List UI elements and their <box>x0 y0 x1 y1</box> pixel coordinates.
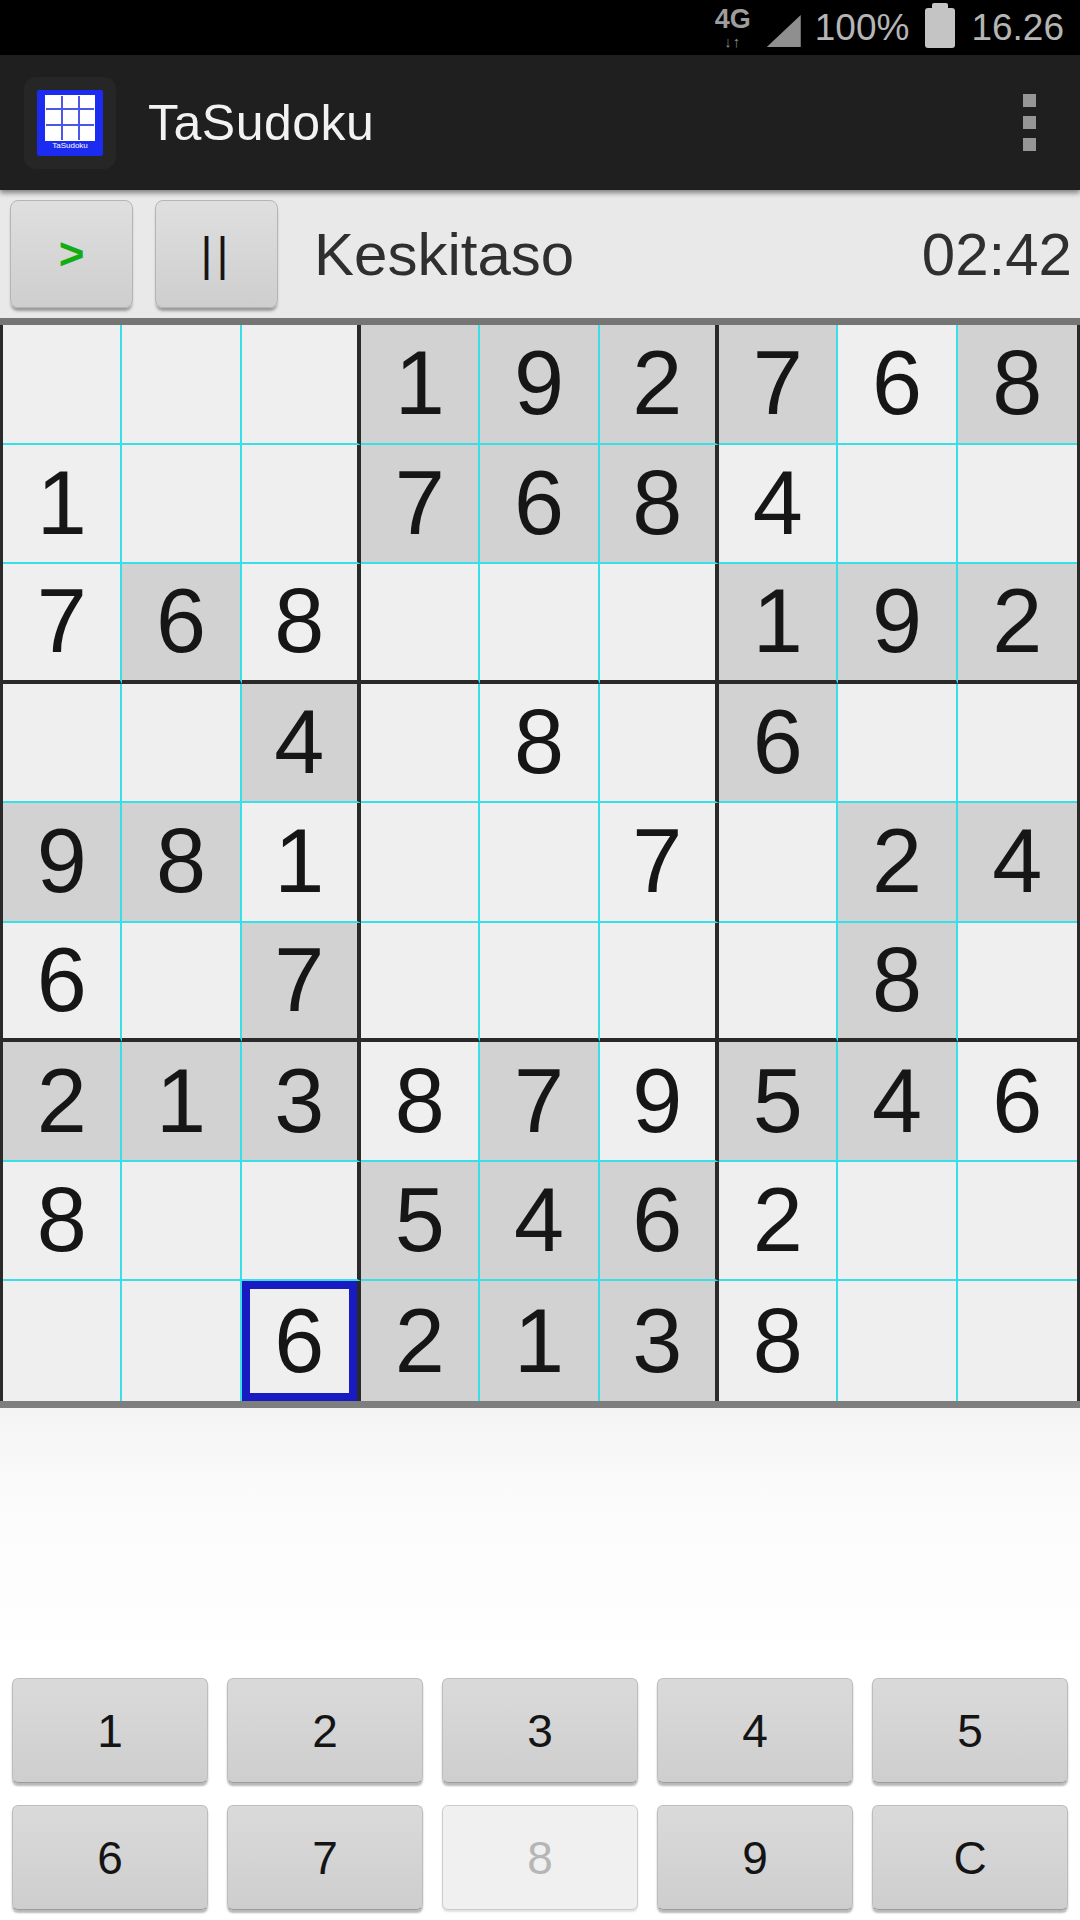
numpad-button-5[interactable]: 5 <box>872 1678 1068 1783</box>
numpad-button-4[interactable]: 4 <box>657 1678 853 1783</box>
app-logo-icon: TaSudoku <box>24 77 116 169</box>
sudoku-cell-r8c6[interactable]: 6 <box>600 1162 719 1282</box>
sudoku-cell-r8c9[interactable] <box>958 1162 1077 1282</box>
status-bar: 4G ↓↑ 100% 16.26 <box>0 0 1080 55</box>
lower-panel: 123456789C <box>0 1408 1080 1920</box>
sudoku-cell-r3c7[interactable]: 1 <box>719 564 838 684</box>
sudoku-cell-r1c1[interactable] <box>3 325 122 445</box>
sudoku-cell-r1c4[interactable]: 1 <box>361 325 480 445</box>
status-clock: 16.26 <box>971 7 1064 49</box>
sudoku-cell-r2c7[interactable]: 4 <box>719 445 838 565</box>
sudoku-cell-r6c2[interactable] <box>122 923 241 1043</box>
sudoku-cell-r5c5[interactable] <box>480 803 599 923</box>
sudoku-cell-r8c1[interactable]: 8 <box>3 1162 122 1282</box>
battery-icon <box>925 8 955 48</box>
sudoku-cell-r5c9[interactable]: 4 <box>958 803 1077 923</box>
sudoku-cell-r4c8[interactable] <box>838 684 957 804</box>
sudoku-cell-r5c2[interactable]: 8 <box>122 803 241 923</box>
sudoku-cell-r9c9[interactable] <box>958 1281 1077 1401</box>
sudoku-cell-r1c7[interactable]: 7 <box>719 325 838 445</box>
sudoku-cell-r1c3[interactable] <box>242 325 361 445</box>
numpad-button-7[interactable]: 7 <box>227 1805 423 1910</box>
numpad-button-1[interactable]: 1 <box>12 1678 208 1783</box>
numpad-button-3[interactable]: 3 <box>442 1678 638 1783</box>
signal-strength-icon <box>767 15 801 47</box>
sudoku-cell-r3c1[interactable]: 7 <box>3 564 122 684</box>
sudoku-cell-r6c6[interactable] <box>600 923 719 1043</box>
sudoku-cell-r6c4[interactable] <box>361 923 480 1043</box>
sudoku-cell-r6c5[interactable] <box>480 923 599 1043</box>
sudoku-cell-r3c9[interactable]: 2 <box>958 564 1077 684</box>
sudoku-cell-r7c6[interactable]: 9 <box>600 1042 719 1162</box>
sudoku-cell-r1c5[interactable]: 9 <box>480 325 599 445</box>
sudoku-cell-r9c6[interactable]: 3 <box>600 1281 719 1401</box>
sudoku-cell-r1c9[interactable]: 8 <box>958 325 1077 445</box>
sudoku-cell-r1c6[interactable]: 2 <box>600 325 719 445</box>
sudoku-cell-r3c6[interactable] <box>600 564 719 684</box>
sudoku-cell-r3c8[interactable]: 9 <box>838 564 957 684</box>
sudoku-cell-r4c4[interactable] <box>361 684 480 804</box>
network-activity-arrows-icon: ↓↑ <box>724 34 741 49</box>
sudoku-cell-r8c8[interactable] <box>838 1162 957 1282</box>
pause-button[interactable]: || <box>155 200 278 308</box>
sudoku-cell-r6c8[interactable]: 8 <box>838 923 957 1043</box>
sudoku-cell-r8c2[interactable] <box>122 1162 241 1282</box>
sudoku-cell-r9c8[interactable] <box>838 1281 957 1401</box>
sudoku-cell-r9c3[interactable]: 6 <box>242 1281 361 1401</box>
numpad: 123456789C <box>0 1408 1080 1910</box>
sudoku-cell-r2c8[interactable] <box>838 445 957 565</box>
sudoku-cell-r4c7[interactable]: 6 <box>719 684 838 804</box>
sudoku-cell-r9c5[interactable]: 1 <box>480 1281 599 1401</box>
sudoku-cell-r4c5[interactable]: 8 <box>480 684 599 804</box>
numpad-clear-button[interactable]: C <box>872 1805 1068 1910</box>
numpad-row: 12345 <box>12 1678 1068 1783</box>
sudoku-cell-r3c3[interactable]: 8 <box>242 564 361 684</box>
sudoku-cell-r9c7[interactable]: 8 <box>719 1281 838 1401</box>
resume-button[interactable]: > <box>10 200 133 308</box>
numpad-button-8[interactable]: 8 <box>442 1805 638 1910</box>
app-logo-caption: TaSudoku <box>52 141 88 150</box>
sudoku-cell-r3c4[interactable] <box>361 564 480 684</box>
sudoku-cell-r5c3[interactable]: 1 <box>242 803 361 923</box>
sudoku-cell-r7c1[interactable]: 2 <box>3 1042 122 1162</box>
difficulty-label: Keskitaso <box>314 220 574 289</box>
game-timer: 02:42 <box>922 220 1072 289</box>
sudoku-cell-r6c9[interactable] <box>958 923 1077 1043</box>
sudoku-cell-r4c6[interactable] <box>600 684 719 804</box>
sudoku-cell-r9c2[interactable] <box>122 1281 241 1401</box>
sudoku-cell-r5c1[interactable]: 9 <box>3 803 122 923</box>
numpad-button-6[interactable]: 6 <box>12 1805 208 1910</box>
app-bar: TaSudoku TaSudoku <box>0 55 1080 190</box>
app-logo-grid <box>45 95 95 141</box>
sudoku-cell-r8c3[interactable] <box>242 1162 361 1282</box>
sudoku-cell-r2c6[interactable]: 8 <box>600 445 719 565</box>
sudoku-cell-r2c4[interactable]: 7 <box>361 445 480 565</box>
sudoku-cell-r8c5[interactable]: 4 <box>480 1162 599 1282</box>
sudoku-cell-r4c2[interactable] <box>122 684 241 804</box>
numpad-button-9[interactable]: 9 <box>657 1805 853 1910</box>
battery-percent-label: 100% <box>815 7 910 49</box>
sudoku-cell-r5c7[interactable] <box>719 803 838 923</box>
sudoku-cell-r1c2[interactable] <box>122 325 241 445</box>
sudoku-cell-r7c5[interactable]: 7 <box>480 1042 599 1162</box>
sudoku-cell-r3c2[interactable]: 6 <box>122 564 241 684</box>
sudoku-cell-r7c9[interactable]: 6 <box>958 1042 1077 1162</box>
sudoku-cell-r7c2[interactable]: 1 <box>122 1042 241 1162</box>
sudoku-cell-r4c1[interactable] <box>3 684 122 804</box>
sudoku-cell-r7c8[interactable]: 4 <box>838 1042 957 1162</box>
sudoku-cell-r9c1[interactable] <box>3 1281 122 1401</box>
sudoku-cell-r5c6[interactable]: 7 <box>600 803 719 923</box>
sudoku-cell-r7c4[interactable]: 8 <box>361 1042 480 1162</box>
sudoku-cell-r7c7[interactable]: 5 <box>719 1042 838 1162</box>
sudoku-board-frame: 1927681768476819248698172467821387954685… <box>0 318 1080 1408</box>
sudoku-cell-r5c4[interactable] <box>361 803 480 923</box>
sudoku-cell-r2c1[interactable]: 1 <box>3 445 122 565</box>
sudoku-cell-r9c4[interactable]: 2 <box>361 1281 480 1401</box>
sudoku-cell-r6c3[interactable]: 7 <box>242 923 361 1043</box>
sudoku-cell-r8c7[interactable]: 2 <box>719 1162 838 1282</box>
sudoku-cell-r2c5[interactable]: 6 <box>480 445 599 565</box>
sudoku-cell-r8c4[interactable]: 5 <box>361 1162 480 1282</box>
sudoku-cell-r2c2[interactable] <box>122 445 241 565</box>
sudoku-board: 1927681768476819248698172467821387954685… <box>0 325 1080 1401</box>
sudoku-cell-r5c8[interactable]: 2 <box>838 803 957 923</box>
sudoku-cell-r4c3[interactable]: 4 <box>242 684 361 804</box>
game-toolbar: > || Keskitaso 02:42 <box>0 190 1080 318</box>
numpad-row: 6789C <box>12 1805 1068 1910</box>
sudoku-cell-r7c3[interactable]: 3 <box>242 1042 361 1162</box>
sudoku-cell-r1c8[interactable]: 6 <box>838 325 957 445</box>
network-type-icon: 4G ↓↑ <box>715 6 751 49</box>
sudoku-cell-r2c3[interactable] <box>242 445 361 565</box>
sudoku-cell-r3c5[interactable] <box>480 564 599 684</box>
numpad-button-2[interactable]: 2 <box>227 1678 423 1783</box>
sudoku-cell-r6c1[interactable]: 6 <box>3 923 122 1043</box>
sudoku-cell-r4c9[interactable] <box>958 684 1077 804</box>
network-type-label: 4G <box>715 6 751 33</box>
sudoku-cell-r2c9[interactable] <box>958 445 1077 565</box>
sudoku-cell-r6c7[interactable] <box>719 923 838 1043</box>
overflow-menu-icon[interactable] <box>1015 86 1044 159</box>
app-title: TaSudoku <box>148 94 374 152</box>
